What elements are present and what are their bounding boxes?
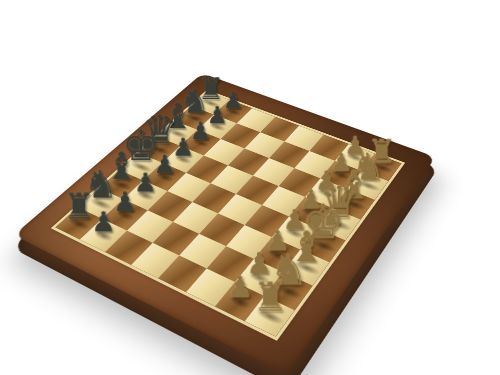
product-photo-scene: ♜♟♟♜♞♟♟♞♝♟♟♝♛♟♟♛♚♟♟♚♝♟♟♝♞♟♟♞♜♟♟♜ [0,0,500,375]
board-frame: ♜♟♟♜♞♟♟♞♝♟♟♝♛♟♟♛♚♟♟♚♝♟♟♝♞♟♟♞♜♟♟♜ [14,73,436,375]
chess-board: ♜♟♟♜♞♟♟♞♝♟♟♝♛♟♟♛♚♟♟♚♝♟♟♝♞♟♟♞♜♟♟♜ [14,73,436,375]
playing-area-border: ♜♟♟♜♞♟♟♞♝♟♟♝♛♟♟♛♚♟♟♚♝♟♟♝♞♟♟♞♜♟♟♜ [51,89,405,340]
piece-black-pawn[interactable]: ♟ [82,201,124,235]
piece-white-rook[interactable]: ♜ [247,268,294,315]
